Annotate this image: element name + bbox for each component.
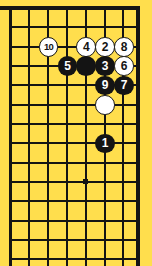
black-stone: 9 — [95, 76, 115, 96]
stone-number: 4 — [83, 41, 89, 53]
white-stone: 4 — [76, 37, 96, 57]
stone-number: 3 — [102, 60, 108, 72]
black-stone: 7 — [114, 76, 134, 96]
white-stone: 2 — [95, 37, 115, 57]
stone-number: 7 — [121, 79, 127, 91]
stone-number: 10 — [44, 42, 53, 52]
white-stone: 8 — [114, 37, 134, 57]
black-stone — [76, 56, 96, 76]
stone-layer: 10428536971 — [1, 0, 133, 266]
stone-number: 1 — [102, 137, 108, 149]
white-stone: 6 — [114, 56, 134, 76]
stone-number: 2 — [102, 41, 108, 53]
white-stone — [95, 95, 115, 115]
stone-number: 6 — [121, 60, 127, 72]
black-stone: 1 — [95, 134, 115, 154]
stone-number: 8 — [121, 41, 127, 53]
stone-number: 9 — [102, 79, 108, 91]
black-stone: 3 — [95, 56, 115, 76]
white-stone: 10 — [39, 37, 59, 57]
go-corner-diagram: 10428536971 — [0, 0, 152, 266]
black-stone: 5 — [58, 56, 78, 76]
stone-number: 5 — [64, 60, 70, 72]
